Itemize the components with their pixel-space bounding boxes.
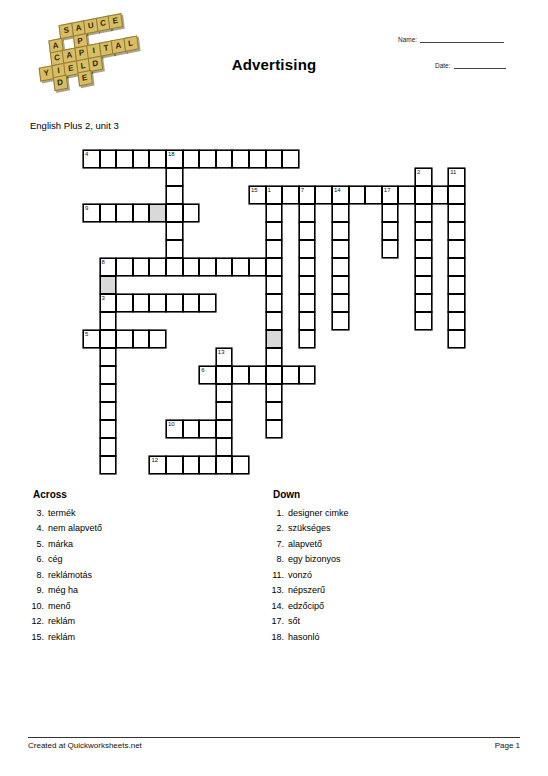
grid-cell[interactable]: 14 [332, 186, 349, 204]
date-field: Date: [435, 60, 506, 69]
clue-item: 4.nem alapvető [24, 521, 254, 537]
grid-cell[interactable] [100, 366, 117, 384]
grid-cell-label: 15 [251, 187, 258, 193]
clue-item: 10.menő [24, 599, 254, 615]
grid-cell[interactable] [415, 240, 432, 258]
grid-cell[interactable] [216, 402, 233, 420]
grid-cell[interactable] [116, 204, 133, 222]
clue-text: népszerű [288, 585, 325, 595]
grid-cell[interactable]: 5 [83, 330, 100, 348]
grid-cell-label: 14 [334, 187, 341, 193]
grid-cell[interactable] [216, 258, 233, 276]
grid-cell[interactable]: 18 [166, 150, 183, 168]
grid-cell[interactable] [266, 420, 283, 438]
grid-cell[interactable] [199, 150, 216, 168]
grid-cell[interactable] [183, 150, 200, 168]
footer-rule [28, 737, 520, 738]
grid-cell[interactable] [266, 276, 283, 294]
grid-cell[interactable] [133, 294, 150, 312]
grid-cell[interactable] [332, 240, 349, 258]
down-list: 1.designer cimke2.szükséges7.alapvető8.e… [264, 506, 494, 646]
grid-cell[interactable]: 3 [100, 294, 117, 312]
grid-cell[interactable] [448, 312, 465, 330]
grid-cell-label: 4 [85, 151, 88, 157]
logo-tile: L [123, 36, 138, 53]
clue-text: designer cimke [288, 508, 349, 518]
grid-cell[interactable] [116, 330, 133, 348]
grid-cell[interactable] [266, 222, 283, 240]
grid-cell[interactable] [332, 276, 349, 294]
grid-cell[interactable] [349, 186, 366, 204]
grid-cell[interactable]: 13 [216, 348, 233, 366]
grid-cell[interactable] [448, 222, 465, 240]
grid-cell[interactable] [448, 258, 465, 276]
clue-item: 1.designer cimke [264, 506, 494, 522]
grid-cell[interactable] [299, 312, 316, 330]
grid-cell[interactable] [133, 150, 150, 168]
clue-text: edzőcipő [288, 601, 324, 611]
logo-tile: D [52, 75, 67, 92]
grid-cell[interactable] [266, 204, 283, 222]
grid-cell[interactable] [415, 222, 432, 240]
grid-cell-label: 8 [102, 259, 105, 265]
grid-cell[interactable] [332, 258, 349, 276]
grid-cell-label: 18 [168, 151, 175, 157]
grid-cell[interactable]: 10 [166, 420, 183, 438]
clue-text: reklámotás [48, 570, 92, 580]
grid-cell[interactable] [133, 258, 150, 276]
grid-cell[interactable] [266, 240, 283, 258]
grid-cell[interactable] [166, 258, 183, 276]
grid-cell[interactable]: 15 [249, 186, 266, 204]
grid-cell[interactable] [299, 330, 316, 348]
worksheet-page: SAUCEAPCAPITALYIELDDE Advertising Name: … [0, 0, 548, 776]
clue-number: 4. [24, 521, 44, 537]
grid-cell[interactable] [299, 222, 316, 240]
grid-cell[interactable] [100, 420, 117, 438]
grid-cell[interactable] [332, 204, 349, 222]
grid-cell[interactable] [149, 150, 166, 168]
grid-cell[interactable] [282, 186, 299, 204]
clue-text: szükséges [288, 523, 331, 533]
grid-cell[interactable] [199, 258, 216, 276]
grid-cell[interactable] [266, 258, 283, 276]
date-line[interactable] [454, 60, 506, 69]
grid-cell-label: 10 [168, 421, 175, 427]
clue-number: 3. [24, 506, 44, 522]
grid-cell[interactable] [266, 312, 283, 330]
clues-across: Across 3.termék4.nem alapvető5.márka6.cé… [24, 487, 254, 645]
grid-cell-label: 9 [85, 205, 88, 211]
grid-cell-label: 13 [218, 349, 225, 355]
across-heading: Across [24, 487, 254, 503]
clue-item: 15.reklám [24, 630, 254, 646]
clue-item: 8.egy bizonyos [264, 552, 494, 568]
grid-cell[interactable] [216, 366, 233, 384]
clue-item: 11.vonzó [264, 568, 494, 584]
across-list: 3.termék4.nem alapvető5.márka6.cég8.rekl… [24, 506, 254, 646]
grid-cell[interactable] [100, 312, 117, 330]
grid-cell[interactable] [149, 294, 166, 312]
grid-cell[interactable] [448, 330, 465, 348]
grid-cell[interactable] [249, 150, 266, 168]
clue-item: 17.sőt [264, 614, 494, 630]
grid-cell[interactable] [266, 150, 283, 168]
clue-number: 14. [264, 599, 284, 615]
clue-item: 9.még ha [24, 583, 254, 599]
clue-item: 5.márka [24, 537, 254, 553]
grid-cell[interactable] [398, 186, 415, 204]
crossword-grid: 4182111517141798351361012 [83, 150, 465, 474]
clue-number: 18. [264, 630, 284, 646]
grid-cell-shaded [100, 276, 117, 294]
clue-number: 1. [264, 506, 284, 522]
worksheet-subtitle: English Plus 2, unit 3 [30, 120, 119, 131]
grid-cell-label: 17 [384, 187, 391, 193]
clue-text: reklám [48, 616, 75, 626]
grid-cell[interactable] [448, 276, 465, 294]
grid-cell[interactable] [232, 366, 249, 384]
grid-cell-shaded [266, 330, 283, 348]
grid-cell[interactable]: 12 [149, 456, 166, 474]
clue-text: sőt [288, 616, 300, 626]
grid-cell[interactable] [166, 294, 183, 312]
grid-cell[interactable] [266, 294, 283, 312]
name-label: Name: [398, 36, 417, 43]
grid-cell[interactable] [166, 240, 183, 258]
grid-cell[interactable] [183, 456, 200, 474]
grid-cell[interactable] [448, 186, 465, 204]
clue-text: nem alapvető [48, 523, 102, 533]
grid-cell[interactable] [149, 258, 166, 276]
grid-cell[interactable] [166, 168, 183, 186]
grid-cell-label: 5 [85, 331, 88, 337]
grid-cell[interactable] [149, 330, 166, 348]
clue-item: 3.termék [24, 506, 254, 522]
grid-cell[interactable] [100, 456, 117, 474]
clue-text: egy bizonyos [288, 554, 341, 564]
grid-cell[interactable] [448, 204, 465, 222]
grid-cell[interactable] [266, 348, 283, 366]
grid-cell[interactable] [216, 384, 233, 402]
clue-number: 5. [24, 537, 44, 553]
grid-cell[interactable]: 9 [83, 204, 100, 222]
date-label: Date: [435, 62, 451, 69]
grid-cell[interactable] [116, 294, 133, 312]
grid-cell[interactable] [116, 150, 133, 168]
grid-cell[interactable] [100, 204, 117, 222]
footer-page-number: Page 1 [495, 741, 520, 750]
grid-cell[interactable] [249, 366, 266, 384]
grid-cell[interactable] [365, 186, 382, 204]
grid-cell[interactable] [100, 348, 117, 366]
clue-text: reklám [48, 632, 75, 642]
clue-number: 11. [264, 568, 284, 584]
grid-cell-label: 3 [102, 295, 105, 301]
logo-tile: E [108, 13, 123, 30]
grid-cell[interactable] [100, 384, 117, 402]
footer-credit: Created at Quickworksheets.net [28, 741, 142, 750]
grid-cell[interactable] [382, 240, 399, 258]
grid-cell[interactable] [415, 312, 432, 330]
grid-cell[interactable]: 4 [83, 150, 100, 168]
grid-cell[interactable] [232, 258, 249, 276]
clue-text: termék [48, 508, 76, 518]
grid-cell[interactable] [100, 402, 117, 420]
grid-cell[interactable]: 8 [100, 258, 117, 276]
grid-cell[interactable] [415, 204, 432, 222]
grid-cell[interactable] [166, 456, 183, 474]
grid-cell-label: 1 [268, 187, 271, 193]
grid-cell[interactable] [266, 402, 283, 420]
clue-number: 12. [24, 614, 44, 630]
grid-cell[interactable] [216, 438, 233, 456]
clue-number: 9. [24, 583, 44, 599]
grid-cell[interactable] [448, 240, 465, 258]
grid-cell[interactable] [332, 222, 349, 240]
grid-cell[interactable] [266, 384, 283, 402]
clue-text: cég [48, 554, 63, 564]
grid-cell[interactable] [448, 294, 465, 312]
grid-cell[interactable] [100, 150, 117, 168]
grid-cell[interactable] [332, 312, 349, 330]
clue-item: 7.alapvető [264, 537, 494, 553]
clue-item: 2.szükséges [264, 521, 494, 537]
grid-cell-label: 7 [301, 187, 304, 193]
grid-cell[interactable] [216, 150, 233, 168]
grid-cell-label: 11 [450, 169, 456, 175]
grid-cell[interactable] [299, 240, 316, 258]
grid-cell[interactable] [232, 150, 249, 168]
grid-cell[interactable] [216, 456, 233, 474]
grid-cell[interactable] [382, 222, 399, 240]
clue-text: menő [48, 601, 71, 611]
grid-cell[interactable]: 1 [266, 186, 283, 204]
grid-cell[interactable] [183, 420, 200, 438]
grid-cell[interactable] [415, 186, 432, 204]
grid-cell-label: 2 [417, 169, 420, 175]
grid-cell[interactable] [266, 366, 283, 384]
clue-item: 14.edzőcipő [264, 599, 494, 615]
grid-cell[interactable] [299, 366, 316, 384]
clue-number: 15. [24, 630, 44, 646]
grid-cell[interactable] [100, 330, 117, 348]
clue-item: 8.reklámotás [24, 568, 254, 584]
grid-cell[interactable] [315, 186, 332, 204]
name-line[interactable] [420, 34, 504, 43]
grid-cell[interactable] [299, 204, 316, 222]
clue-number: 8. [24, 568, 44, 584]
grid-cell[interactable] [199, 456, 216, 474]
name-field: Name: [398, 34, 504, 43]
grid-cell[interactable] [166, 186, 183, 204]
grid-cell[interactable] [232, 456, 249, 474]
grid-cell[interactable] [415, 294, 432, 312]
grid-cell[interactable]: 11 [448, 168, 465, 186]
clue-number: 8. [264, 552, 284, 568]
grid-cell[interactable] [133, 330, 150, 348]
grid-cell[interactable]: 2 [415, 168, 432, 186]
grid-cell[interactable] [183, 294, 200, 312]
grid-cell[interactable] [332, 294, 349, 312]
grid-cell[interactable] [282, 150, 299, 168]
grid-cell[interactable] [415, 258, 432, 276]
grid-cell[interactable] [299, 294, 316, 312]
grid-cell[interactable]: 17 [382, 186, 399, 204]
down-heading: Down [264, 487, 494, 503]
clue-number: 13. [264, 583, 284, 599]
clue-item: 6.cég [24, 552, 254, 568]
grid-cell[interactable] [249, 258, 266, 276]
clue-text: vonzó [288, 570, 312, 580]
clue-number: 17. [264, 614, 284, 630]
clue-item: 13.népszerű [264, 583, 494, 599]
grid-cell[interactable] [183, 258, 200, 276]
grid-cell[interactable]: 6 [199, 366, 216, 384]
grid-cell[interactable]: 7 [299, 186, 316, 204]
grid-cell-label: 12 [151, 457, 158, 463]
clue-item: 12.reklám [24, 614, 254, 630]
grid-cell[interactable] [415, 276, 432, 294]
grid-cell[interactable] [100, 438, 117, 456]
grid-cell[interactable] [166, 222, 183, 240]
grid-cell[interactable] [382, 204, 399, 222]
clue-text: alapvető [288, 539, 322, 549]
clue-text: még ha [48, 585, 78, 595]
clue-item: 18.hasonló [264, 630, 494, 646]
clue-number: 10. [24, 599, 44, 615]
grid-cell[interactable] [199, 420, 216, 438]
grid-cell[interactable] [299, 276, 316, 294]
grid-cell[interactable] [282, 366, 299, 384]
grid-cell[interactable] [183, 204, 200, 222]
grid-cell[interactable] [166, 204, 183, 222]
grid-cell[interactable] [216, 420, 233, 438]
grid-cell[interactable] [199, 294, 216, 312]
clues-down: Down 1.designer cimke2.szükséges7.alapve… [264, 487, 494, 645]
grid-cell[interactable] [133, 204, 150, 222]
clue-number: 6. [24, 552, 44, 568]
grid-cell[interactable] [116, 258, 133, 276]
grid-cell-label: 6 [201, 367, 204, 373]
grid-cell[interactable] [432, 186, 449, 204]
grid-cell-shaded [149, 204, 166, 222]
grid-cell[interactable] [299, 258, 316, 276]
clue-text: márka [48, 539, 73, 549]
clue-text: hasonló [288, 632, 320, 642]
clue-number: 2. [264, 521, 284, 537]
clue-number: 7. [264, 537, 284, 553]
